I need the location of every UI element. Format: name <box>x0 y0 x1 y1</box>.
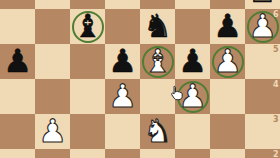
rank-label-3: 3 <box>273 116 279 124</box>
piece-white-knight-e3[interactable]: ♞ <box>140 113 175 148</box>
square-b7[interactable] <box>35 0 70 9</box>
square-c2[interactable] <box>70 149 105 158</box>
square-c5[interactable] <box>70 44 105 79</box>
square-c6[interactable]: ♝ <box>70 9 105 44</box>
square-e5[interactable]: ♝ <box>140 44 175 79</box>
square-e3[interactable]: ♞ <box>140 114 175 149</box>
piece-black-bishop-c6[interactable]: ♝ <box>70 8 105 43</box>
piece-white-pawn-d4[interactable]: ♟ <box>105 78 140 113</box>
square-g6[interactable]: ♟ <box>210 9 245 44</box>
piece-black-pawn-a5[interactable]: ♟ <box>0 43 35 78</box>
square-e6[interactable]: ♞ <box>140 9 175 44</box>
piece-white-bishop-e5[interactable]: ♝ <box>140 43 175 78</box>
square-d4[interactable]: ♟ <box>105 79 140 114</box>
square-d2[interactable] <box>105 149 140 158</box>
square-e2[interactable] <box>140 149 175 158</box>
rank-label-2: 2 <box>273 151 279 158</box>
square-a5[interactable]: ♟ <box>0 44 35 79</box>
square-f5[interactable]: ♟ <box>175 44 210 79</box>
piece-white-pawn-f4[interactable]: ♟ <box>175 78 210 113</box>
square-a6[interactable] <box>0 9 35 44</box>
square-f2[interactable] <box>175 149 210 158</box>
square-b6[interactable] <box>35 9 70 44</box>
square-a7[interactable] <box>0 0 35 9</box>
rank-label-4: 4 <box>273 81 279 89</box>
rank-label-5: 5 <box>273 46 279 54</box>
square-f3[interactable] <box>175 114 210 149</box>
square-b2[interactable] <box>35 149 70 158</box>
square-d3[interactable] <box>105 114 140 149</box>
piece-black-pawn-d5[interactable]: ♟ <box>105 43 140 78</box>
square-a3[interactable] <box>0 114 35 149</box>
square-g5[interactable]: ♟ <box>210 44 245 79</box>
chess-board-viewport: ♜♝♞♟♟♟♟♝♟♟♟♟♟♞ 65432 <box>0 0 280 158</box>
piece-white-pawn-g5[interactable]: ♟ <box>210 43 245 78</box>
square-b3[interactable]: ♟ <box>35 114 70 149</box>
square-a4[interactable] <box>0 79 35 114</box>
square-b4[interactable] <box>35 79 70 114</box>
square-f6[interactable] <box>175 9 210 44</box>
square-f7[interactable] <box>175 0 210 9</box>
rank-label-6: 6 <box>273 11 279 19</box>
piece-black-pawn-f5[interactable]: ♟ <box>175 43 210 78</box>
square-g4[interactable] <box>210 79 245 114</box>
square-d7[interactable] <box>105 0 140 9</box>
chess-board[interactable]: ♜♝♞♟♟♟♟♝♟♟♟♟♟♞ <box>0 0 280 158</box>
square-c3[interactable] <box>70 114 105 149</box>
square-g2[interactable] <box>210 149 245 158</box>
square-g3[interactable] <box>210 114 245 149</box>
piece-black-knight-e6[interactable]: ♞ <box>140 8 175 43</box>
square-e4[interactable] <box>140 79 175 114</box>
square-c4[interactable] <box>70 79 105 114</box>
piece-white-pawn-b3[interactable]: ♟ <box>35 113 70 148</box>
square-d5[interactable]: ♟ <box>105 44 140 79</box>
square-b5[interactable] <box>35 44 70 79</box>
piece-black-pawn-g6[interactable]: ♟ <box>210 8 245 43</box>
square-f4[interactable]: ♟ <box>175 79 210 114</box>
square-a2[interactable] <box>0 149 35 158</box>
square-d6[interactable] <box>105 9 140 44</box>
